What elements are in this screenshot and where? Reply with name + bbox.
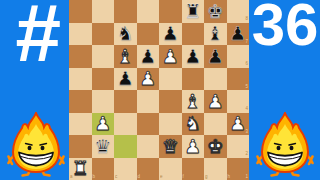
rank-label: 8 bbox=[245, 17, 248, 22]
square-d1[interactable]: d bbox=[137, 158, 160, 181]
square-d5[interactable]: ♟ bbox=[137, 68, 160, 91]
white-bishop: ♝ bbox=[117, 47, 134, 66]
square-g1[interactable]: g bbox=[204, 158, 227, 181]
square-d3[interactable] bbox=[137, 113, 160, 136]
square-b3[interactable]: ♟ bbox=[92, 113, 115, 136]
square-c4[interactable] bbox=[114, 90, 137, 113]
square-a2[interactable] bbox=[69, 135, 92, 158]
square-g4[interactable]: ♟ bbox=[204, 90, 227, 113]
puzzle-thumbnail: # 36 ♜♚8♞♟♝♟7♝♟♟♟♟6♟♟5♝♟4♟♞♟3♛♛♟♚2♜abcde… bbox=[0, 0, 320, 180]
square-b8[interactable] bbox=[92, 0, 115, 23]
square-b5[interactable] bbox=[92, 68, 115, 91]
square-h5[interactable]: 5 bbox=[227, 68, 250, 91]
square-c8[interactable] bbox=[114, 0, 137, 23]
square-f1[interactable]: f bbox=[182, 158, 205, 181]
square-h6[interactable]: 6 bbox=[227, 45, 250, 68]
flame-mascot-right bbox=[256, 112, 314, 178]
white-bishop: ♝ bbox=[184, 92, 201, 111]
square-e1[interactable]: e bbox=[159, 158, 182, 181]
white-rook: ♜ bbox=[72, 159, 89, 178]
file-label: h bbox=[228, 175, 231, 180]
square-g3[interactable] bbox=[204, 113, 227, 136]
file-label: g bbox=[205, 175, 208, 180]
square-h4[interactable]: 4 bbox=[227, 90, 250, 113]
square-h1[interactable]: 1h bbox=[227, 158, 250, 181]
white-king: ♚ bbox=[207, 137, 224, 156]
square-h7[interactable]: ♟7 bbox=[227, 23, 250, 46]
square-f8[interactable]: ♜ bbox=[182, 0, 205, 23]
rank-label: 2 bbox=[245, 152, 248, 157]
rank-label: 5 bbox=[245, 85, 248, 90]
square-f5[interactable] bbox=[182, 68, 205, 91]
white-knight: ♞ bbox=[184, 114, 201, 133]
white-pawn: ♟ bbox=[139, 69, 156, 88]
checkmate-symbol: # bbox=[4, 0, 68, 74]
black-pawn: ♟ bbox=[162, 24, 179, 43]
square-g2[interactable]: ♚ bbox=[204, 135, 227, 158]
square-c2[interactable] bbox=[114, 135, 137, 158]
white-pawn: ♟ bbox=[184, 137, 201, 156]
square-a7[interactable] bbox=[69, 23, 92, 46]
square-e3[interactable] bbox=[159, 113, 182, 136]
white-pawn: ♟ bbox=[94, 114, 111, 133]
white-pawn: ♟ bbox=[229, 114, 246, 133]
square-a6[interactable] bbox=[69, 45, 92, 68]
rank-label: 6 bbox=[245, 62, 248, 67]
square-c1[interactable]: c bbox=[114, 158, 137, 181]
square-f3[interactable]: ♞ bbox=[182, 113, 205, 136]
square-f4[interactable]: ♝ bbox=[182, 90, 205, 113]
square-e8[interactable] bbox=[159, 0, 182, 23]
file-label: c bbox=[115, 175, 117, 180]
square-d7[interactable] bbox=[137, 23, 160, 46]
black-king: ♚ bbox=[207, 2, 224, 21]
file-label: a bbox=[70, 175, 73, 180]
square-d6[interactable]: ♟ bbox=[137, 45, 160, 68]
square-c5[interactable]: ♟ bbox=[114, 68, 137, 91]
flame-mascot-left bbox=[7, 112, 65, 178]
square-a1[interactable]: ♜a bbox=[69, 158, 92, 181]
rank-label: 3 bbox=[245, 130, 248, 135]
square-f6[interactable]: ♟ bbox=[182, 45, 205, 68]
chess-board: ♜♚8♞♟♝♟7♝♟♟♟♟6♟♟5♝♟4♟♞♟3♛♛♟♚2♜abcdefg1h bbox=[69, 0, 249, 180]
square-b1[interactable]: b bbox=[92, 158, 115, 181]
square-f7[interactable] bbox=[182, 23, 205, 46]
white-queen: ♛ bbox=[162, 137, 179, 156]
file-label: f bbox=[183, 175, 184, 180]
black-rook: ♜ bbox=[184, 2, 201, 21]
black-pawn: ♟ bbox=[117, 69, 134, 88]
square-b6[interactable] bbox=[92, 45, 115, 68]
black-bishop: ♝ bbox=[207, 24, 224, 43]
flame-icon bbox=[256, 112, 314, 178]
file-label: b bbox=[93, 175, 96, 180]
black-queen: ♛ bbox=[94, 137, 111, 156]
rank-label: 7 bbox=[245, 40, 248, 45]
square-a3[interactable] bbox=[69, 113, 92, 136]
square-e7[interactable]: ♟ bbox=[159, 23, 182, 46]
file-label: e bbox=[160, 175, 163, 180]
square-g5[interactable] bbox=[204, 68, 227, 91]
square-a5[interactable] bbox=[69, 68, 92, 91]
square-h3[interactable]: ♟3 bbox=[227, 113, 250, 136]
black-pawn: ♟ bbox=[184, 47, 201, 66]
square-e5[interactable] bbox=[159, 68, 182, 91]
square-h2[interactable]: 2 bbox=[227, 135, 250, 158]
white-pawn: ♟ bbox=[207, 92, 224, 111]
square-e2[interactable]: ♛ bbox=[159, 135, 182, 158]
black-knight: ♞ bbox=[117, 24, 134, 43]
square-c3[interactable] bbox=[114, 113, 137, 136]
square-h8[interactable]: 8 bbox=[227, 0, 250, 23]
file-label: d bbox=[138, 175, 141, 180]
square-d4[interactable] bbox=[137, 90, 160, 113]
square-c6[interactable]: ♝ bbox=[114, 45, 137, 68]
white-pawn: ♟ bbox=[162, 47, 179, 66]
square-f2[interactable]: ♟ bbox=[182, 135, 205, 158]
square-d8[interactable] bbox=[137, 0, 160, 23]
square-c7[interactable]: ♞ bbox=[114, 23, 137, 46]
square-a8[interactable] bbox=[69, 0, 92, 23]
black-pawn: ♟ bbox=[207, 47, 224, 66]
square-d2[interactable] bbox=[137, 135, 160, 158]
square-b2[interactable]: ♛ bbox=[92, 135, 115, 158]
square-g6[interactable]: ♟ bbox=[204, 45, 227, 68]
black-pawn: ♟ bbox=[139, 47, 156, 66]
square-b4[interactable] bbox=[92, 90, 115, 113]
square-e4[interactable] bbox=[159, 90, 182, 113]
flame-icon bbox=[7, 112, 65, 178]
puzzle-number: 36 bbox=[250, 0, 320, 58]
rank-label: 4 bbox=[245, 107, 248, 112]
square-g8[interactable]: ♚ bbox=[204, 0, 227, 23]
square-a4[interactable] bbox=[69, 90, 92, 113]
square-g7[interactable]: ♝ bbox=[204, 23, 227, 46]
square-b7[interactable] bbox=[92, 23, 115, 46]
square-e6[interactable]: ♟ bbox=[159, 45, 182, 68]
black-pawn: ♟ bbox=[229, 24, 246, 43]
rank-label: 1 bbox=[245, 175, 248, 180]
